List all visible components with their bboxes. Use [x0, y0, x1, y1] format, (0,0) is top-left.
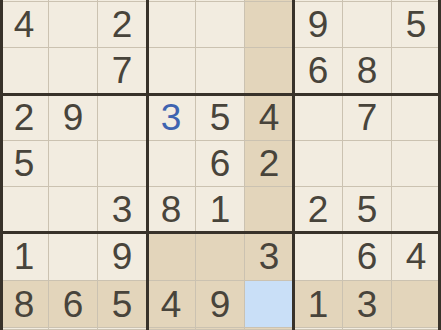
- cell-r7c8[interactable]: 6: [343, 233, 392, 281]
- cell-r4c1[interactable]: 2: [0, 94, 49, 141]
- cell-r6c1[interactable]: [0, 187, 49, 233]
- cell-r7c9[interactable]: 4: [392, 233, 441, 281]
- digit: 5: [210, 99, 231, 136]
- cell-r5c6[interactable]: 2: [245, 141, 294, 187]
- digit: 3: [259, 238, 280, 275]
- cell-r2c7[interactable]: 9: [294, 2, 343, 48]
- cell-r3c8[interactable]: 8: [343, 48, 392, 94]
- cell-r8c6[interactable]: [245, 281, 294, 328]
- cell-r3c3[interactable]: 7: [98, 48, 147, 94]
- digit: 8: [357, 52, 378, 89]
- cell-r3c5[interactable]: [196, 48, 245, 94]
- digit: 3: [112, 191, 133, 228]
- cell-r4c9[interactable]: [392, 94, 441, 141]
- cell-r6c5[interactable]: 1: [196, 187, 245, 233]
- cell-r3c7[interactable]: 6: [294, 48, 343, 94]
- cell-r4c3[interactable]: [98, 94, 147, 141]
- cell-r5c1[interactable]: 5: [0, 141, 49, 187]
- cell-r3c9[interactable]: [392, 48, 441, 94]
- cell-r4c8[interactable]: 7: [343, 94, 392, 141]
- cell-r2c5[interactable]: [196, 2, 245, 48]
- sudoku-grid: 429576829354756238125193648654913: [0, 0, 441, 330]
- digit: 5: [357, 191, 378, 228]
- cell-r6c8[interactable]: 5: [343, 187, 392, 233]
- digit: 8: [161, 191, 182, 228]
- cell-r8c5[interactable]: 9: [196, 281, 245, 328]
- cell-r4c2[interactable]: 9: [49, 94, 98, 141]
- cell-r7c1[interactable]: 1: [0, 233, 49, 281]
- digit: 1: [210, 191, 231, 228]
- digit: 4: [14, 6, 35, 43]
- cell-r7c6[interactable]: 3: [245, 233, 294, 281]
- digit: 9: [112, 238, 133, 275]
- cell-r2c8[interactable]: [343, 2, 392, 48]
- cell-r2c1[interactable]: 4: [0, 2, 49, 48]
- cell-r4c6[interactable]: 4: [245, 94, 294, 141]
- cell-r8c9[interactable]: [392, 281, 441, 328]
- cell-r6c2[interactable]: [49, 187, 98, 233]
- digit: 4: [406, 238, 427, 275]
- digit: 7: [357, 99, 378, 136]
- cell-r6c6[interactable]: [245, 187, 294, 233]
- cell-r5c8[interactable]: [343, 141, 392, 187]
- digit: 8: [14, 286, 35, 323]
- cell-r2c2[interactable]: [49, 2, 98, 48]
- digit: 3: [357, 286, 378, 323]
- cell-r6c4[interactable]: 8: [147, 187, 196, 233]
- digit: 1: [14, 238, 35, 275]
- digit: 3: [161, 99, 182, 136]
- digit: 2: [112, 6, 133, 43]
- digit: 5: [406, 6, 427, 43]
- cell-r3c1[interactable]: [0, 48, 49, 94]
- cell-r3c6[interactable]: [245, 48, 294, 94]
- cell-r2c4[interactable]: [147, 2, 196, 48]
- digit: 2: [14, 99, 35, 136]
- cell-r5c9[interactable]: [392, 141, 441, 187]
- cell-r7c3[interactable]: 9: [98, 233, 147, 281]
- cell-r5c2[interactable]: [49, 141, 98, 187]
- cell-r5c5[interactable]: 6: [196, 141, 245, 187]
- cell-r8c4[interactable]: 4: [147, 281, 196, 328]
- cell-r8c1[interactable]: 8: [0, 281, 49, 328]
- sudoku-board: 429576829354756238125193648654913: [0, 0, 441, 330]
- digit: 9: [210, 286, 231, 323]
- digit: 5: [112, 286, 133, 323]
- cell-r4c7[interactable]: [294, 94, 343, 141]
- digit: 9: [63, 99, 84, 136]
- cell-r8c3[interactable]: 5: [98, 281, 147, 328]
- cell-r2c3[interactable]: 2: [98, 2, 147, 48]
- cell-r2c6[interactable]: [245, 2, 294, 48]
- digit: 4: [259, 99, 280, 136]
- digit: 6: [210, 145, 231, 182]
- cell-r3c4[interactable]: [147, 48, 196, 94]
- cell-r8c8[interactable]: 3: [343, 281, 392, 328]
- digit: 2: [308, 191, 329, 228]
- cell-r5c7[interactable]: [294, 141, 343, 187]
- cell-r4c5[interactable]: 5: [196, 94, 245, 141]
- cell-r3c2[interactable]: [49, 48, 98, 94]
- digit: 2: [259, 145, 280, 182]
- digit: 4: [161, 286, 182, 323]
- digit: 1: [308, 286, 329, 323]
- cell-r6c7[interactable]: 2: [294, 187, 343, 233]
- digit: 6: [308, 52, 329, 89]
- cell-r7c2[interactable]: [49, 233, 98, 281]
- cell-r7c5[interactable]: [196, 233, 245, 281]
- cell-r7c7[interactable]: [294, 233, 343, 281]
- cell-r6c9[interactable]: [392, 187, 441, 233]
- cell-r5c3[interactable]: [98, 141, 147, 187]
- digit: 6: [357, 238, 378, 275]
- cell-r8c7[interactable]: 1: [294, 281, 343, 328]
- cell-r7c4[interactable]: [147, 233, 196, 281]
- digit: 7: [112, 52, 133, 89]
- digit: 5: [14, 145, 35, 182]
- cell-r2c9[interactable]: 5: [392, 2, 441, 48]
- cell-r6c3[interactable]: 3: [98, 187, 147, 233]
- cell-r8c2[interactable]: 6: [49, 281, 98, 328]
- digit: 6: [63, 286, 84, 323]
- cell-r4c4[interactable]: 3: [147, 94, 196, 141]
- digit: 9: [308, 6, 329, 43]
- cell-r5c4[interactable]: [147, 141, 196, 187]
